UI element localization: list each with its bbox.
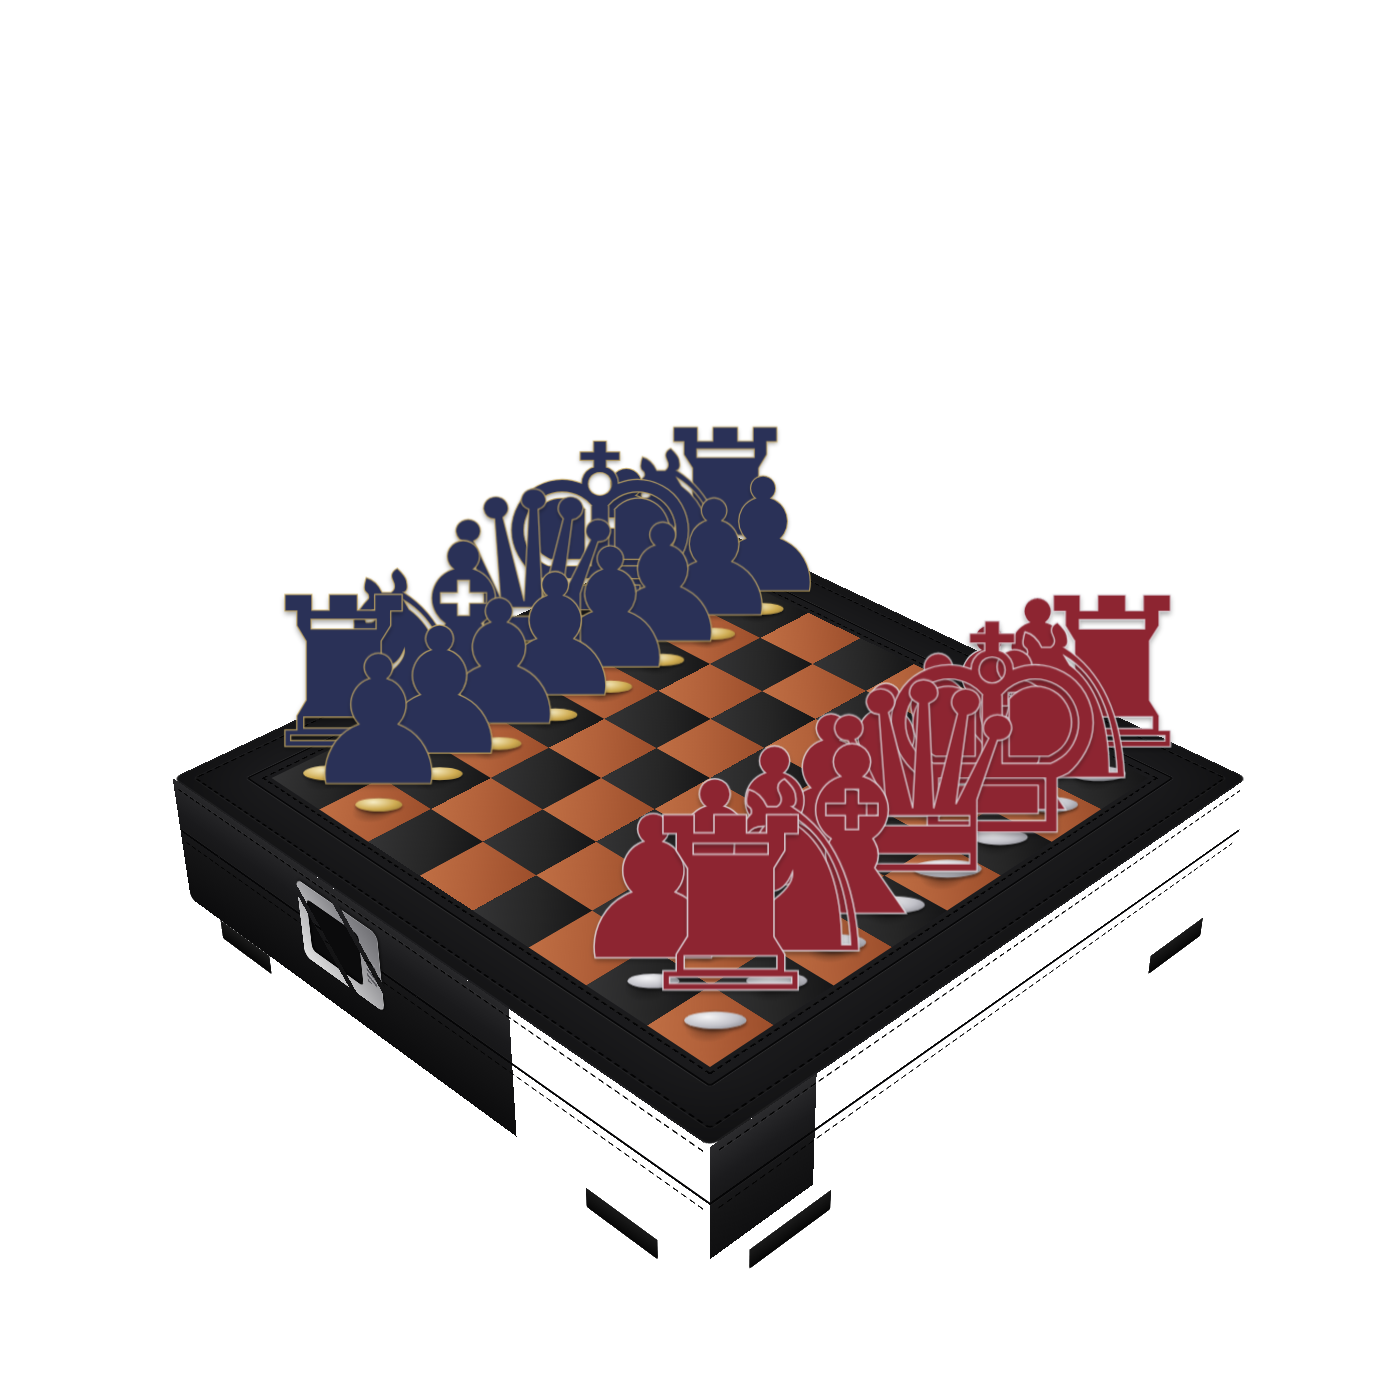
case-foot: [1148, 917, 1203, 974]
product-photo-scene: ♜♞♝♛♚♝♞♜♟♟♟♟♟♟♟♟♟♟♟♟♟♟♟♟♜♞♝♛♚♝♞♜: [0, 0, 1400, 1400]
board-surface: ♜♞♝♛♚♝♞♜♟♟♟♟♟♟♟♟♟♟♟♟♟♟♟♟♜♞♝♛♚♝♞♜: [173, 525, 1248, 1147]
chess-case: ♜♞♝♛♚♝♞♜♟♟♟♟♟♟♟♟♟♟♟♟♟♟♟♟♜♞♝♛♚♝♞♜: [173, 525, 1248, 1147]
rook-glyph: ♜: [623, 793, 808, 1021]
case-foot: [749, 1189, 831, 1269]
piece-billboard: ♟: [297, 638, 460, 812]
pawn-glyph: ♟: [297, 638, 460, 808]
piece-billboard: ♜: [623, 793, 808, 1028]
case-foot: [586, 1187, 658, 1260]
case-foot: [220, 920, 272, 975]
